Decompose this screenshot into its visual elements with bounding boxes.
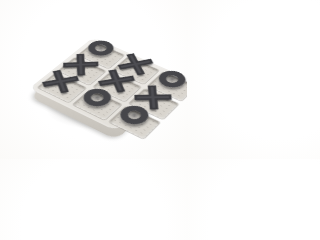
product-photo: ××××× — [0, 0, 187, 159]
